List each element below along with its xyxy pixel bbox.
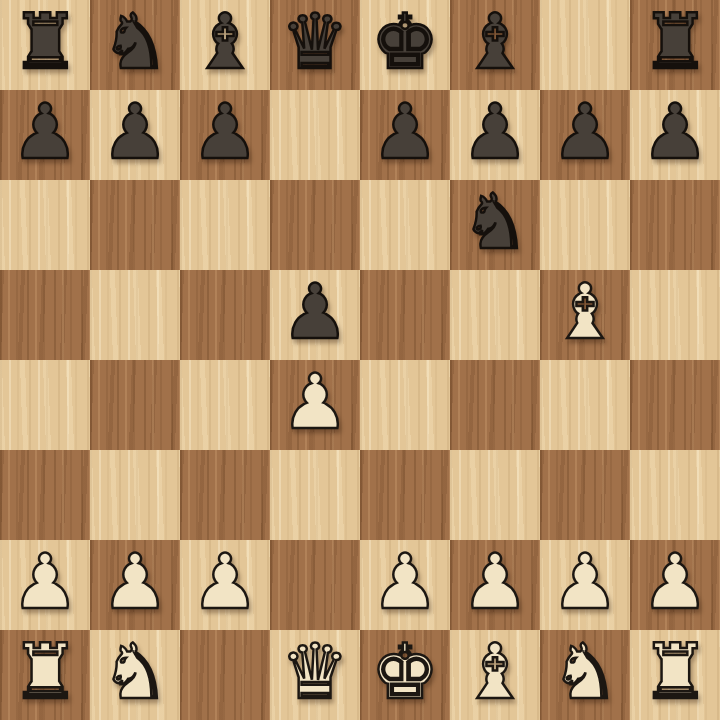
white-king[interactable]: ♚ — [371, 630, 439, 717]
square-e2[interactable]: ♟ — [360, 540, 450, 630]
white-rook[interactable]: ♜ — [641, 630, 709, 717]
white-pawn[interactable]: ♟ — [371, 540, 439, 627]
square-b4[interactable] — [90, 360, 180, 450]
square-b1[interactable]: ♞ — [90, 630, 180, 720]
white-pawn[interactable]: ♟ — [101, 540, 169, 627]
black-pawn[interactable]: ♟ — [461, 90, 529, 177]
square-g8[interactable] — [540, 0, 630, 90]
square-h5[interactable] — [630, 270, 720, 360]
square-g3[interactable] — [540, 450, 630, 540]
square-b8[interactable]: ♞ — [90, 0, 180, 90]
square-a3[interactable] — [0, 450, 90, 540]
square-d2[interactable] — [270, 540, 360, 630]
square-c3[interactable] — [180, 450, 270, 540]
square-h4[interactable] — [630, 360, 720, 450]
white-pawn[interactable]: ♟ — [641, 540, 709, 627]
white-pawn[interactable]: ♟ — [461, 540, 529, 627]
square-g5[interactable]: ♝ — [540, 270, 630, 360]
square-f4[interactable] — [450, 360, 540, 450]
square-g1[interactable]: ♞ — [540, 630, 630, 720]
black-bishop[interactable]: ♝ — [461, 0, 529, 87]
square-d4[interactable]: ♟ — [270, 360, 360, 450]
black-pawn[interactable]: ♟ — [191, 90, 259, 177]
black-knight[interactable]: ♞ — [101, 0, 169, 87]
square-h8[interactable]: ♜ — [630, 0, 720, 90]
square-c4[interactable] — [180, 360, 270, 450]
black-pawn[interactable]: ♟ — [641, 90, 709, 177]
square-f7[interactable]: ♟ — [450, 90, 540, 180]
square-d6[interactable] — [270, 180, 360, 270]
white-pawn[interactable]: ♟ — [11, 540, 79, 627]
square-c8[interactable]: ♝ — [180, 0, 270, 90]
square-g7[interactable]: ♟ — [540, 90, 630, 180]
square-c5[interactable] — [180, 270, 270, 360]
square-f6[interactable]: ♞ — [450, 180, 540, 270]
square-d1[interactable]: ♛ — [270, 630, 360, 720]
square-h6[interactable] — [630, 180, 720, 270]
chess-board: ♜♞♝♛♚♝♜♟♟♟♟♟♟♟♞♟♝♟♟♟♟♟♟♟♟♜♞♛♚♝♞♜ — [0, 0, 720, 720]
black-rook[interactable]: ♜ — [11, 0, 79, 87]
square-d8[interactable]: ♛ — [270, 0, 360, 90]
square-h1[interactable]: ♜ — [630, 630, 720, 720]
square-d5[interactable]: ♟ — [270, 270, 360, 360]
white-bishop[interactable]: ♝ — [551, 270, 619, 357]
square-g4[interactable] — [540, 360, 630, 450]
square-c1[interactable] — [180, 630, 270, 720]
white-pawn[interactable]: ♟ — [191, 540, 259, 627]
white-pawn[interactable]: ♟ — [281, 360, 349, 447]
square-a4[interactable] — [0, 360, 90, 450]
square-f2[interactable]: ♟ — [450, 540, 540, 630]
white-knight[interactable]: ♞ — [551, 630, 619, 717]
white-pawn[interactable]: ♟ — [551, 540, 619, 627]
square-h7[interactable]: ♟ — [630, 90, 720, 180]
square-f3[interactable] — [450, 450, 540, 540]
black-pawn[interactable]: ♟ — [11, 90, 79, 177]
black-knight[interactable]: ♞ — [461, 180, 529, 267]
white-queen[interactable]: ♛ — [281, 630, 349, 717]
square-g2[interactable]: ♟ — [540, 540, 630, 630]
black-pawn[interactable]: ♟ — [551, 90, 619, 177]
square-f5[interactable] — [450, 270, 540, 360]
white-knight[interactable]: ♞ — [101, 630, 169, 717]
square-d3[interactable] — [270, 450, 360, 540]
white-bishop[interactable]: ♝ — [461, 630, 529, 717]
square-c7[interactable]: ♟ — [180, 90, 270, 180]
square-e6[interactable] — [360, 180, 450, 270]
square-e5[interactable] — [360, 270, 450, 360]
black-bishop[interactable]: ♝ — [191, 0, 259, 87]
black-pawn[interactable]: ♟ — [281, 270, 349, 357]
black-pawn[interactable]: ♟ — [371, 90, 439, 177]
square-e4[interactable] — [360, 360, 450, 450]
square-a5[interactable] — [0, 270, 90, 360]
black-rook[interactable]: ♜ — [641, 0, 709, 87]
square-f1[interactable]: ♝ — [450, 630, 540, 720]
square-b6[interactable] — [90, 180, 180, 270]
square-g6[interactable] — [540, 180, 630, 270]
square-b7[interactable]: ♟ — [90, 90, 180, 180]
square-d7[interactable] — [270, 90, 360, 180]
square-b3[interactable] — [90, 450, 180, 540]
white-rook[interactable]: ♜ — [11, 630, 79, 717]
square-a8[interactable]: ♜ — [0, 0, 90, 90]
black-king[interactable]: ♚ — [371, 0, 439, 87]
black-pawn[interactable]: ♟ — [101, 90, 169, 177]
square-h2[interactable]: ♟ — [630, 540, 720, 630]
square-b2[interactable]: ♟ — [90, 540, 180, 630]
square-a7[interactable]: ♟ — [0, 90, 90, 180]
square-c2[interactable]: ♟ — [180, 540, 270, 630]
square-a1[interactable]: ♜ — [0, 630, 90, 720]
square-h3[interactable] — [630, 450, 720, 540]
square-c6[interactable] — [180, 180, 270, 270]
square-e7[interactable]: ♟ — [360, 90, 450, 180]
square-f8[interactable]: ♝ — [450, 0, 540, 90]
square-a6[interactable] — [0, 180, 90, 270]
square-e3[interactable] — [360, 450, 450, 540]
square-b5[interactable] — [90, 270, 180, 360]
square-e8[interactable]: ♚ — [360, 0, 450, 90]
square-e1[interactable]: ♚ — [360, 630, 450, 720]
black-queen[interactable]: ♛ — [281, 0, 349, 87]
square-a2[interactable]: ♟ — [0, 540, 90, 630]
